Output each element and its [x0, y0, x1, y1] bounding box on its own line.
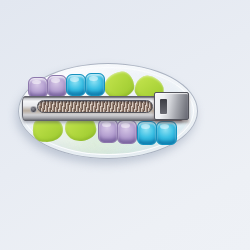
clip-rivet-hole — [30, 106, 37, 113]
barrette-metal-clip — [0, 0, 250, 250]
clip-clasp-slot — [160, 99, 167, 114]
photo-hair-barrette — [0, 0, 250, 250]
clip-teeth-slot — [37, 100, 153, 113]
